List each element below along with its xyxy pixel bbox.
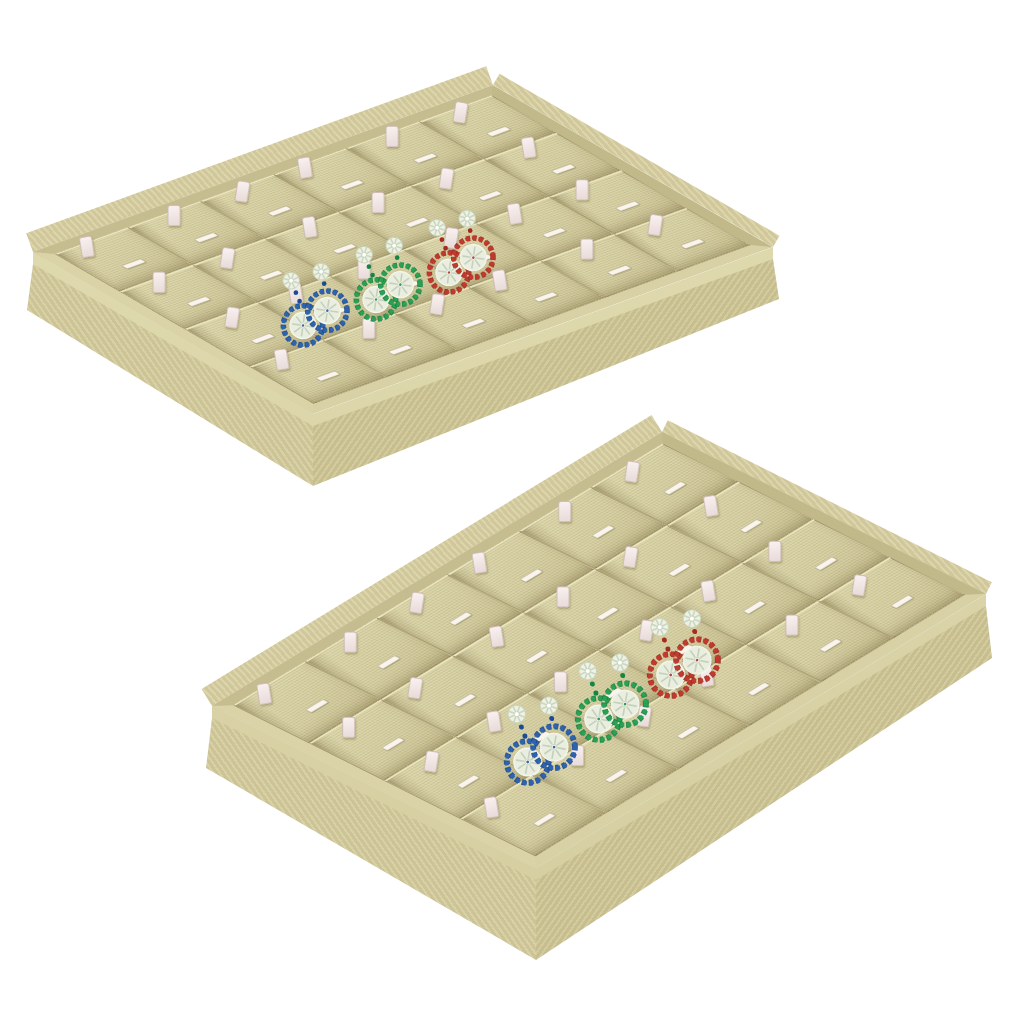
front-right-tray [0, 0, 1010, 1010]
ribbon-loop [698, 665, 714, 688]
elastic-strap [452, 693, 476, 707]
elastic-strap [890, 595, 914, 609]
ribbon-loop [407, 676, 423, 699]
elastic-strap [591, 525, 615, 539]
ribbon-loop [424, 750, 440, 773]
ribbon-loop [483, 795, 499, 818]
ribbon-loop [471, 551, 487, 574]
elastic-strap [743, 600, 767, 614]
elastic-strap [377, 656, 401, 670]
ribbon-loop [703, 494, 719, 517]
ribbon-loop [344, 632, 357, 653]
ribbon-loop [638, 619, 654, 642]
ribbon-loop [342, 717, 355, 738]
ribbon-loop [636, 704, 652, 727]
elastic-strap [747, 682, 771, 696]
ribbon-loop [700, 579, 716, 602]
elastic-strap [604, 769, 628, 783]
ribbon-loop [256, 682, 272, 705]
ribbon-loop [559, 501, 572, 522]
elastic-strap [305, 699, 329, 713]
elastic-strap [663, 481, 687, 495]
elastic-strap [448, 612, 472, 626]
ribbon-loop [851, 574, 867, 597]
elastic-strap [600, 688, 624, 702]
ribbon-loop [571, 745, 584, 766]
elastic-strap [739, 519, 763, 533]
ribbon-loop [556, 586, 569, 607]
ribbon-loop [622, 545, 638, 568]
elastic-strap [520, 568, 544, 582]
elastic-strap [596, 606, 620, 620]
ribbon-loop [486, 710, 502, 733]
elastic-strap [456, 775, 480, 789]
elastic-strap [671, 644, 695, 658]
ribbon-loop [624, 460, 640, 483]
elastic-strap [532, 813, 556, 827]
ribbon-loop [554, 671, 567, 692]
ribbon-loop [409, 591, 425, 614]
elastic-strap [675, 725, 699, 739]
elastic-strap [381, 737, 405, 751]
ribbon-loop [769, 540, 782, 561]
product-scene [0, 0, 1010, 1010]
elastic-strap [667, 563, 691, 577]
ribbon-loop [488, 625, 504, 648]
elastic-strap [528, 731, 552, 745]
elastic-strap [818, 638, 842, 652]
elastic-strap [814, 557, 838, 571]
ribbon-loop [785, 614, 798, 635]
elastic-strap [524, 650, 548, 664]
